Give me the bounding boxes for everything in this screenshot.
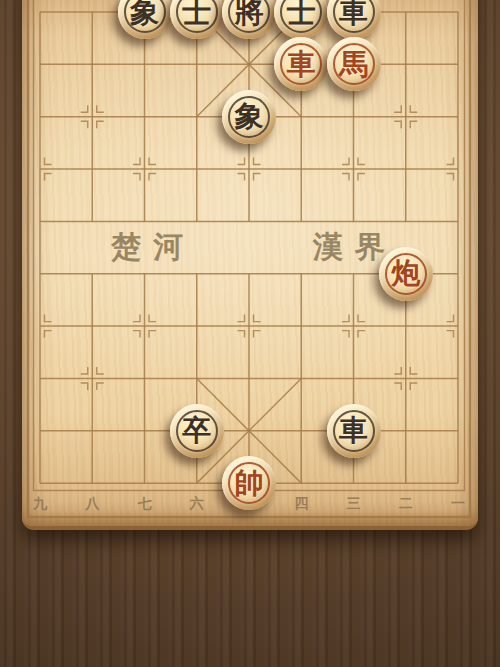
file-label-8: 二 (399, 495, 413, 513)
piece-red-general[interactable]: 帥 (222, 456, 276, 510)
piece-glyph-象: 象 (118, 0, 172, 39)
piece-glyph-車: 車 (327, 0, 381, 39)
file-label-7: 三 (347, 495, 361, 513)
piece-black-advisor-left[interactable]: 士 (170, 0, 224, 39)
piece-red-cannon[interactable]: 炮 (379, 247, 433, 301)
piece-glyph-炮: 炮 (379, 247, 433, 301)
file-label-1: 九 (33, 495, 47, 513)
piece-black-advisor-right[interactable]: 士 (274, 0, 328, 39)
file-label-6: 四 (294, 495, 308, 513)
file-label-4: 六 (190, 495, 204, 513)
piece-black-chariot-left[interactable]: 車 (327, 404, 381, 458)
piece-black-pawn[interactable]: 卒 (170, 404, 224, 458)
game-screen: 楚河 漢界 九八七六五四三二一 象士將士車車馬象炮卒車帥 (0, 0, 500, 667)
piece-glyph-象: 象 (222, 90, 276, 144)
file-label-3: 七 (138, 495, 152, 513)
piece-black-chariot-right[interactable]: 車 (327, 0, 381, 39)
piece-glyph-士: 士 (274, 0, 328, 39)
piece-red-horse[interactable]: 馬 (327, 37, 381, 91)
river-label-chu-he: 楚河 (99, 227, 195, 268)
piece-glyph-帥: 帥 (222, 456, 276, 510)
piece-red-chariot[interactable]: 車 (274, 37, 328, 91)
piece-black-general[interactable]: 將 (222, 0, 276, 39)
piece-glyph-馬: 馬 (327, 37, 381, 91)
piece-black-elephant-left[interactable]: 象 (118, 0, 172, 39)
piece-glyph-卒: 卒 (170, 404, 224, 458)
piece-glyph-車: 車 (274, 37, 328, 91)
piece-black-elephant-center[interactable]: 象 (222, 90, 276, 144)
file-label-2: 八 (85, 495, 99, 513)
file-label-9: 一 (451, 495, 465, 513)
piece-glyph-士: 士 (170, 0, 224, 39)
piece-glyph-將: 將 (222, 0, 276, 39)
piece-glyph-車: 車 (327, 404, 381, 458)
